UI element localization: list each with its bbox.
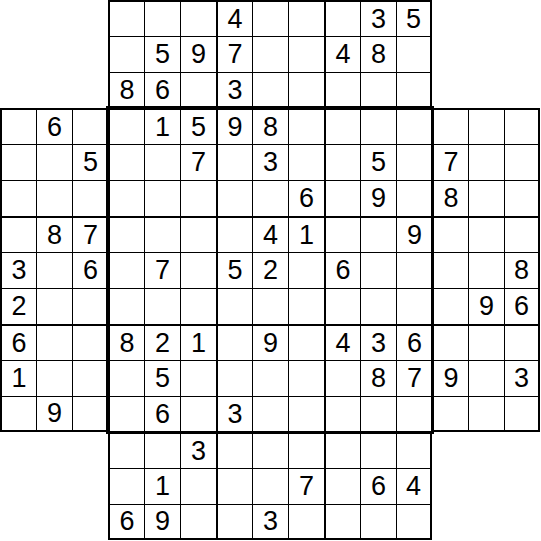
cell-r0c2 — [72, 0, 108, 36]
cell-r2c7[interactable] — [252, 72, 288, 108]
given-digit-r9c10[interactable]: 3 — [360, 324, 396, 360]
cell-r0c9[interactable] — [324, 0, 360, 36]
given-digit-r3c1[interactable]: 6 — [36, 108, 72, 144]
given-digit-r2c4[interactable]: 6 — [144, 72, 180, 108]
cell-r12c9[interactable] — [324, 432, 360, 468]
cell-r8c8[interactable] — [288, 288, 324, 324]
cell-r1c12 — [432, 36, 468, 72]
cell-r14c2 — [72, 504, 108, 540]
cell-r4c13[interactable] — [468, 144, 504, 180]
cell-r0c14 — [504, 0, 540, 36]
cell-r2c9[interactable] — [324, 72, 360, 108]
given-digit-r9c9[interactable]: 4 — [324, 324, 360, 360]
given-digit-r6c7[interactable]: 4 — [252, 216, 288, 252]
cell-r14c1 — [36, 504, 72, 540]
cell-r13c2 — [72, 468, 108, 504]
cell-r4c1[interactable] — [36, 144, 72, 180]
cell-r1c3[interactable] — [108, 36, 144, 72]
cell-r13c0 — [0, 468, 36, 504]
cell-r11c9[interactable] — [324, 396, 360, 432]
cell-r3c0[interactable] — [0, 108, 36, 144]
cell-r5c13[interactable] — [468, 180, 504, 216]
cell-r9c13[interactable] — [468, 324, 504, 360]
cell-r14c10[interactable] — [360, 504, 396, 540]
flower-sudoku-puzzle: 4355974886361598573576988741936752682966… — [0, 0, 541, 541]
cell-r5c5[interactable] — [180, 180, 216, 216]
cell-r0c12 — [432, 0, 468, 36]
cell-r5c14[interactable] — [504, 180, 540, 216]
cell-r14c12 — [432, 504, 468, 540]
cell-r11c5[interactable] — [180, 396, 216, 432]
cell-r6c4[interactable] — [144, 216, 180, 252]
cell-r2c10[interactable] — [360, 72, 396, 108]
cell-r7c5[interactable] — [180, 252, 216, 288]
cell-r12c11[interactable] — [396, 432, 432, 468]
given-digit-r1c10[interactable]: 8 — [360, 36, 396, 72]
cell-r5c11[interactable] — [396, 180, 432, 216]
given-digit-r9c5[interactable]: 1 — [180, 324, 216, 360]
given-digit-r4c5[interactable]: 7 — [180, 144, 216, 180]
cell-r10c13[interactable] — [468, 360, 504, 396]
cell-r4c4[interactable] — [144, 144, 180, 180]
cell-r2c1 — [36, 72, 72, 108]
cell-r13c12 — [432, 468, 468, 504]
cell-r5c0[interactable] — [0, 180, 36, 216]
cell-r13c1 — [36, 468, 72, 504]
cell-r4c3[interactable] — [108, 144, 144, 180]
cell-r11c10[interactable] — [360, 396, 396, 432]
given-digit-r13c11[interactable]: 4 — [396, 468, 432, 504]
cell-r6c6[interactable] — [216, 216, 252, 252]
given-digit-r10c12[interactable]: 9 — [432, 360, 468, 396]
cell-r9c6[interactable] — [216, 324, 252, 360]
cell-r12c4[interactable] — [144, 432, 180, 468]
cell-r2c14 — [504, 72, 540, 108]
cell-r3c13[interactable] — [468, 108, 504, 144]
cell-r14c5[interactable] — [180, 504, 216, 540]
cell-r11c7[interactable] — [252, 396, 288, 432]
given-digit-r7c0[interactable]: 3 — [0, 252, 36, 288]
cell-r0c5[interactable] — [180, 0, 216, 36]
cell-r12c1 — [36, 432, 72, 468]
cell-r9c12[interactable] — [432, 324, 468, 360]
cell-r9c1[interactable] — [36, 324, 72, 360]
cell-r11c13[interactable] — [468, 396, 504, 432]
cell-r10c9[interactable] — [324, 360, 360, 396]
given-digit-r9c3[interactable]: 8 — [108, 324, 144, 360]
given-digit-r6c1[interactable]: 8 — [36, 216, 72, 252]
given-digit-r11c6[interactable]: 3 — [216, 396, 252, 432]
cell-r8c3[interactable] — [108, 288, 144, 324]
cell-r13c7[interactable] — [252, 468, 288, 504]
given-digit-r3c6[interactable]: 9 — [216, 108, 252, 144]
cell-r6c3[interactable] — [108, 216, 144, 252]
given-digit-r7c7[interactable]: 2 — [252, 252, 288, 288]
given-digit-r7c4[interactable]: 7 — [144, 252, 180, 288]
given-digit-r12c5[interactable]: 3 — [180, 432, 216, 468]
cell-r8c2[interactable] — [72, 288, 108, 324]
cell-r6c14[interactable] — [504, 216, 540, 252]
cell-r1c14 — [504, 36, 540, 72]
given-digit-r10c10[interactable]: 8 — [360, 360, 396, 396]
given-digit-r4c12[interactable]: 7 — [432, 144, 468, 180]
cell-r6c13[interactable] — [468, 216, 504, 252]
given-digit-r9c7[interactable]: 9 — [252, 324, 288, 360]
cell-r6c9[interactable] — [324, 216, 360, 252]
cell-r12c6[interactable] — [216, 432, 252, 468]
given-digit-r10c14[interactable]: 3 — [504, 360, 540, 396]
cell-r7c8[interactable] — [288, 252, 324, 288]
cell-r5c1[interactable] — [36, 180, 72, 216]
given-digit-r9c11[interactable]: 6 — [396, 324, 432, 360]
cell-r5c9[interactable] — [324, 180, 360, 216]
cell-r11c0[interactable] — [0, 396, 36, 432]
cell-r1c7[interactable] — [252, 36, 288, 72]
cell-r12c14 — [504, 432, 540, 468]
cell-r11c8[interactable] — [288, 396, 324, 432]
cell-r2c13 — [468, 72, 504, 108]
given-digit-r14c7[interactable]: 3 — [252, 504, 288, 540]
cell-r1c1 — [36, 36, 72, 72]
cell-r6c12[interactable] — [432, 216, 468, 252]
cell-r4c11[interactable] — [396, 144, 432, 180]
cell-r8c5[interactable] — [180, 288, 216, 324]
given-digit-r1c9[interactable]: 4 — [324, 36, 360, 72]
cell-r2c5[interactable] — [180, 72, 216, 108]
cell-r2c2 — [72, 72, 108, 108]
cell-r7c11[interactable] — [396, 252, 432, 288]
cell-r14c0 — [0, 504, 36, 540]
cell-r12c7[interactable] — [252, 432, 288, 468]
cell-r11c14[interactable] — [504, 396, 540, 432]
cell-r3c8[interactable] — [288, 108, 324, 144]
given-digit-r14c3[interactable]: 6 — [108, 504, 144, 540]
cell-r3c14[interactable] — [504, 108, 540, 144]
cell-r8c12[interactable] — [432, 288, 468, 324]
cell-r14c13 — [468, 504, 504, 540]
cell-r7c12[interactable] — [432, 252, 468, 288]
given-digit-r7c9[interactable]: 6 — [324, 252, 360, 288]
cell-r9c8[interactable] — [288, 324, 324, 360]
cell-r8c4[interactable] — [144, 288, 180, 324]
cell-r9c14[interactable] — [504, 324, 540, 360]
cell-r1c2 — [72, 36, 108, 72]
cell-r12c0 — [0, 432, 36, 468]
cell-r11c11[interactable] — [396, 396, 432, 432]
cell-r8c9[interactable] — [324, 288, 360, 324]
cell-r3c9[interactable] — [324, 108, 360, 144]
cell-r7c10[interactable] — [360, 252, 396, 288]
cell-r6c5[interactable] — [180, 216, 216, 252]
given-digit-r2c3[interactable]: 8 — [108, 72, 144, 108]
cell-r8c11[interactable] — [396, 288, 432, 324]
cell-r11c3[interactable] — [108, 396, 144, 432]
given-digit-r4c2[interactable]: 5 — [72, 144, 108, 180]
cell-r3c12[interactable] — [432, 108, 468, 144]
cell-r12c3[interactable] — [108, 432, 144, 468]
given-digit-r1c5[interactable]: 9 — [180, 36, 216, 72]
cell-r10c7[interactable] — [252, 360, 288, 396]
cell-r2c0 — [0, 72, 36, 108]
cell-r10c6[interactable] — [216, 360, 252, 396]
cell-r3c3[interactable] — [108, 108, 144, 144]
cell-r2c11[interactable] — [396, 72, 432, 108]
given-digit-r1c6[interactable]: 7 — [216, 36, 252, 72]
cell-r10c3[interactable] — [108, 360, 144, 396]
given-digit-r7c14[interactable]: 8 — [504, 252, 540, 288]
cell-r0c1 — [36, 0, 72, 36]
cell-r3c11[interactable] — [396, 108, 432, 144]
cell-r10c1[interactable] — [36, 360, 72, 396]
given-digit-r11c1[interactable]: 9 — [36, 396, 72, 432]
cell-r12c12 — [432, 432, 468, 468]
given-digit-r5c8[interactable]: 6 — [288, 180, 324, 216]
cell-r1c11[interactable] — [396, 36, 432, 72]
given-digit-r8c14[interactable]: 6 — [504, 288, 540, 324]
cell-r0c7[interactable] — [252, 0, 288, 36]
cell-r4c9[interactable] — [324, 144, 360, 180]
cell-r0c3[interactable] — [108, 0, 144, 36]
cell-r14c14 — [504, 504, 540, 540]
cell-r8c6[interactable] — [216, 288, 252, 324]
given-digit-r1c4[interactable]: 5 — [144, 36, 180, 72]
given-digit-r10c4[interactable]: 5 — [144, 360, 180, 396]
cell-r13c3[interactable] — [108, 468, 144, 504]
given-digit-r0c11[interactable]: 5 — [396, 0, 432, 36]
flower-sudoku-board: 4355974886361598573576988741936752682966… — [0, 0, 540, 540]
cell-r10c2[interactable] — [72, 360, 108, 396]
given-digit-r0c10[interactable]: 3 — [360, 0, 396, 36]
cell-r8c10[interactable] — [360, 288, 396, 324]
cell-r10c8[interactable] — [288, 360, 324, 396]
given-digit-r9c0[interactable]: 6 — [0, 324, 36, 360]
given-digit-r10c11[interactable]: 7 — [396, 360, 432, 396]
given-digit-r8c0[interactable]: 2 — [0, 288, 36, 324]
cell-r0c13 — [468, 0, 504, 36]
cell-r7c3[interactable] — [108, 252, 144, 288]
cell-r6c0[interactable] — [0, 216, 36, 252]
given-digit-r7c2[interactable]: 6 — [72, 252, 108, 288]
given-digit-r5c10[interactable]: 9 — [360, 180, 396, 216]
given-digit-r9c4[interactable]: 2 — [144, 324, 180, 360]
given-digit-r3c4[interactable]: 1 — [144, 108, 180, 144]
cell-r5c2[interactable] — [72, 180, 108, 216]
cell-r11c12[interactable] — [432, 396, 468, 432]
cell-r4c6[interactable] — [216, 144, 252, 180]
given-digit-r3c7[interactable]: 8 — [252, 108, 288, 144]
cell-r12c13 — [468, 432, 504, 468]
cell-r10c5[interactable] — [180, 360, 216, 396]
cell-r13c9[interactable] — [324, 468, 360, 504]
given-digit-r13c8[interactable]: 7 — [288, 468, 324, 504]
cell-r11c2[interactable] — [72, 396, 108, 432]
cell-r12c8[interactable] — [288, 432, 324, 468]
cell-r8c1[interactable] — [36, 288, 72, 324]
given-digit-r0c6[interactable]: 4 — [216, 0, 252, 36]
cell-r2c8[interactable] — [288, 72, 324, 108]
cell-r5c3[interactable] — [108, 180, 144, 216]
cell-r1c13 — [468, 36, 504, 72]
cell-r7c13[interactable] — [468, 252, 504, 288]
given-digit-r3c5[interactable]: 5 — [180, 108, 216, 144]
given-digit-r8c13[interactable]: 9 — [468, 288, 504, 324]
cell-r12c10[interactable] — [360, 432, 396, 468]
cell-r4c8[interactable] — [288, 144, 324, 180]
given-digit-r13c4[interactable]: 1 — [144, 468, 180, 504]
cell-r0c8[interactable] — [288, 0, 324, 36]
cell-r4c14[interactable] — [504, 144, 540, 180]
given-digit-r11c4[interactable]: 6 — [144, 396, 180, 432]
cell-r14c9[interactable] — [324, 504, 360, 540]
cell-r13c6[interactable] — [216, 468, 252, 504]
cell-r13c5[interactable] — [180, 468, 216, 504]
given-digit-r5c12[interactable]: 8 — [432, 180, 468, 216]
given-digit-r13c10[interactable]: 6 — [360, 468, 396, 504]
cell-r0c4[interactable] — [144, 0, 180, 36]
cell-r1c0 — [0, 36, 36, 72]
cell-r4c0[interactable] — [0, 144, 36, 180]
cell-r14c8[interactable] — [288, 504, 324, 540]
cell-r5c6[interactable] — [216, 180, 252, 216]
cell-r0c0 — [0, 0, 36, 36]
cell-r9c2[interactable] — [72, 324, 108, 360]
given-digit-r6c8[interactable]: 1 — [288, 216, 324, 252]
given-digit-r4c7[interactable]: 3 — [252, 144, 288, 180]
cell-r8c7[interactable] — [252, 288, 288, 324]
given-digit-r6c2[interactable]: 7 — [72, 216, 108, 252]
cell-r6c10[interactable] — [360, 216, 396, 252]
cell-r13c14 — [504, 468, 540, 504]
given-digit-r14c4[interactable]: 9 — [144, 504, 180, 540]
cell-r3c10[interactable] — [360, 108, 396, 144]
given-digit-r10c0[interactable]: 1 — [0, 360, 36, 396]
cell-r3c2[interactable] — [72, 108, 108, 144]
cell-r1c8[interactable] — [288, 36, 324, 72]
cell-r7c1[interactable] — [36, 252, 72, 288]
cell-r2c12 — [432, 72, 468, 108]
given-digit-r2c6[interactable]: 3 — [216, 72, 252, 108]
cell-r13c13 — [468, 468, 504, 504]
cell-r14c11[interactable] — [396, 504, 432, 540]
cell-r5c7[interactable] — [252, 180, 288, 216]
given-digit-r6c11[interactable]: 9 — [396, 216, 432, 252]
cell-r14c6[interactable] — [216, 504, 252, 540]
given-digit-r4c10[interactable]: 5 — [360, 144, 396, 180]
cell-r12c2 — [72, 432, 108, 468]
given-digit-r7c6[interactable]: 5 — [216, 252, 252, 288]
cell-r5c4[interactable] — [144, 180, 180, 216]
